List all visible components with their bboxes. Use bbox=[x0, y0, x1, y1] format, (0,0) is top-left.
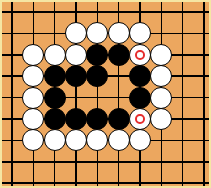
white-stone bbox=[86, 22, 108, 44]
black-stone bbox=[44, 65, 66, 87]
white-stone bbox=[65, 22, 87, 44]
white-stone bbox=[150, 87, 172, 109]
white-stone bbox=[65, 129, 87, 151]
white-stone-marked bbox=[129, 108, 151, 130]
go-diagram bbox=[0, 0, 211, 188]
white-stone bbox=[150, 108, 172, 130]
black-stone bbox=[44, 87, 66, 109]
grid-line-vertical bbox=[11, 2, 13, 186]
black-stone bbox=[65, 108, 87, 130]
red-circle-marker bbox=[135, 50, 145, 60]
white-stone bbox=[22, 44, 44, 66]
black-stone bbox=[129, 87, 151, 109]
white-stone bbox=[65, 44, 87, 66]
white-stone bbox=[22, 87, 44, 109]
black-stone bbox=[86, 65, 108, 87]
grid-line-vertical bbox=[203, 2, 205, 186]
white-stone bbox=[129, 22, 151, 44]
white-stone bbox=[44, 44, 66, 66]
white-stone bbox=[108, 129, 130, 151]
white-stone bbox=[150, 65, 172, 87]
white-stone-marked bbox=[129, 44, 151, 66]
white-stone bbox=[86, 129, 108, 151]
grid-line-horizontal bbox=[2, 182, 209, 184]
black-stone bbox=[65, 65, 87, 87]
go-board[interactable] bbox=[0, 0, 211, 188]
white-stone bbox=[22, 65, 44, 87]
black-stone bbox=[129, 65, 151, 87]
grid-line-horizontal bbox=[2, 11, 209, 13]
white-stone bbox=[44, 129, 66, 151]
white-stone bbox=[22, 129, 44, 151]
black-stone bbox=[86, 44, 108, 66]
go-board-grid bbox=[2, 2, 209, 186]
white-stone bbox=[129, 129, 151, 151]
white-stone bbox=[108, 22, 130, 44]
black-stone bbox=[44, 108, 66, 130]
black-stone bbox=[108, 44, 130, 66]
black-stone bbox=[108, 108, 130, 130]
red-circle-marker bbox=[135, 114, 145, 124]
grid-line-vertical bbox=[182, 2, 184, 186]
white-stone bbox=[22, 108, 44, 130]
white-stone bbox=[150, 44, 172, 66]
grid-line-horizontal bbox=[2, 161, 209, 163]
black-stone bbox=[86, 108, 108, 130]
